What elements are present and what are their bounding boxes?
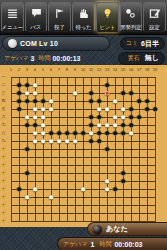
board-cell[interactable] — [55, 81, 63, 89]
board-cell[interactable]: ● — [23, 193, 31, 201]
board-cell[interactable] — [31, 161, 39, 169]
board-cell[interactable] — [119, 145, 127, 153]
board-cell[interactable]: ● — [111, 97, 119, 105]
board-cell[interactable] — [47, 153, 55, 161]
board-cell[interactable]: ● — [31, 105, 39, 113]
board-cell[interactable]: ● — [23, 169, 31, 177]
board-cell[interactable] — [79, 89, 87, 97]
board-cell[interactable] — [39, 185, 47, 193]
board-cell[interactable] — [143, 129, 151, 137]
board-cell[interactable]: ● — [55, 129, 63, 137]
board-cell[interactable] — [39, 177, 47, 185]
board-cell[interactable] — [103, 137, 111, 145]
board-cell[interactable]: ● — [39, 113, 47, 121]
board-cell[interactable] — [127, 209, 135, 217]
board-cell[interactable] — [47, 177, 55, 185]
board-cell[interactable] — [23, 105, 31, 113]
board-cell[interactable] — [111, 161, 119, 169]
board-cell[interactable] — [79, 105, 87, 113]
board-cell[interactable] — [7, 89, 15, 97]
board-cell[interactable]: ● — [95, 105, 103, 113]
board-cell[interactable] — [63, 113, 71, 121]
board-cell[interactable] — [31, 145, 39, 153]
board-cell[interactable] — [95, 89, 103, 97]
board-cell[interactable] — [39, 81, 47, 89]
board-cell[interactable]: ● — [15, 185, 23, 193]
board-cell[interactable] — [23, 201, 31, 209]
board-cell[interactable]: ● — [151, 105, 159, 113]
board-cell[interactable] — [39, 73, 47, 81]
board-cell[interactable] — [15, 209, 23, 217]
board-cell[interactable] — [119, 201, 127, 209]
board-cell[interactable] — [55, 201, 63, 209]
board-cell[interactable] — [15, 169, 23, 177]
board-cell[interactable] — [39, 209, 47, 217]
board-cell[interactable] — [15, 73, 23, 81]
board-cell[interactable]: ● — [119, 129, 127, 137]
board-cell[interactable]: ● — [31, 129, 39, 137]
board-cell[interactable] — [135, 73, 143, 81]
board-cell[interactable] — [95, 209, 103, 217]
board-cell[interactable] — [71, 185, 79, 193]
board-cell[interactable] — [23, 129, 31, 137]
board-cell[interactable] — [135, 137, 143, 145]
board-cell[interactable] — [55, 97, 63, 105]
board-cell[interactable] — [151, 121, 159, 129]
board-cell[interactable] — [7, 81, 15, 89]
board-cell[interactable] — [119, 97, 127, 105]
board-cell[interactable] — [71, 145, 79, 153]
board-cell[interactable] — [95, 81, 103, 89]
board-cell[interactable] — [55, 193, 63, 201]
board-cell[interactable] — [71, 121, 79, 129]
board-cell[interactable]: ● — [87, 89, 95, 97]
board-cell[interactable] — [71, 73, 79, 81]
board-cell[interactable] — [7, 177, 15, 185]
board-cell[interactable] — [87, 145, 95, 153]
board-cell[interactable] — [143, 185, 151, 193]
go-board[interactable]: ●●●●●●●●●●●●●●●●●●●●●●●●●●●●●●●●●●●●●●●●… — [7, 73, 159, 225]
board-cell[interactable] — [87, 169, 95, 177]
board-cell[interactable] — [151, 209, 159, 217]
board-cell[interactable] — [63, 121, 71, 129]
board-cell[interactable]: ● — [87, 137, 95, 145]
board-cell[interactable] — [127, 169, 135, 177]
board-cell[interactable] — [151, 177, 159, 185]
board-cell[interactable] — [135, 129, 143, 137]
board-cell[interactable] — [151, 137, 159, 145]
board-cell[interactable]: ● — [135, 97, 143, 105]
board-cell[interactable] — [127, 153, 135, 161]
board-cell[interactable] — [87, 209, 95, 217]
board-cell[interactable] — [71, 177, 79, 185]
board-cell[interactable]: ● — [111, 129, 119, 137]
board-cell[interactable] — [119, 161, 127, 169]
board-cell[interactable] — [7, 121, 15, 129]
board-cell[interactable] — [151, 73, 159, 81]
board-cell[interactable] — [95, 169, 103, 177]
board-cell[interactable] — [55, 73, 63, 81]
board-cell[interactable]: ● — [39, 137, 47, 145]
board-cell[interactable] — [95, 177, 103, 185]
board-cell[interactable]: ● — [103, 129, 111, 137]
board-cell[interactable] — [103, 169, 111, 177]
board-cell[interactable]: ● — [127, 121, 135, 129]
board-cell[interactable] — [79, 145, 87, 153]
board-cell[interactable] — [31, 201, 39, 209]
board-cell[interactable] — [87, 73, 95, 81]
board-cell[interactable] — [119, 193, 127, 201]
board-cell[interactable]: ● — [47, 129, 55, 137]
board-cell[interactable] — [47, 121, 55, 129]
board-cell[interactable]: ● — [103, 89, 111, 97]
board-cell[interactable] — [15, 129, 23, 137]
board-cell[interactable] — [127, 193, 135, 201]
board-cell[interactable]: ● — [47, 193, 55, 201]
board-cell[interactable] — [151, 89, 159, 97]
board-cell[interactable] — [23, 73, 31, 81]
board-cell[interactable] — [47, 169, 55, 177]
board-cell[interactable] — [31, 209, 39, 217]
board-cell[interactable] — [39, 153, 47, 161]
board-cell[interactable] — [55, 209, 63, 217]
board-cell[interactable] — [79, 121, 87, 129]
board-cell[interactable] — [15, 121, 23, 129]
board-cell[interactable]: ● — [23, 81, 31, 89]
board-cell[interactable] — [63, 161, 71, 169]
board-cell[interactable] — [103, 153, 111, 161]
board-cell[interactable] — [143, 153, 151, 161]
board-cell[interactable] — [143, 177, 151, 185]
board-cell[interactable] — [127, 81, 135, 89]
board-cell[interactable] — [71, 113, 79, 121]
board-cell[interactable] — [47, 89, 55, 97]
board-cell[interactable]: ● — [87, 113, 95, 121]
board-cell[interactable] — [95, 201, 103, 209]
board-cell[interactable] — [7, 97, 15, 105]
board-cell[interactable]: ● — [95, 121, 103, 129]
board-cell[interactable] — [7, 153, 15, 161]
board-cell[interactable]: ● — [103, 81, 111, 89]
board-cell[interactable] — [71, 161, 79, 169]
board-cell[interactable]: ● — [103, 121, 111, 129]
hint-button[interactable]: ヒント — [96, 2, 119, 32]
board-cell[interactable] — [151, 113, 159, 121]
board-cell[interactable]: ● — [31, 137, 39, 145]
board-cell[interactable] — [127, 137, 135, 145]
board-cell[interactable]: ● — [31, 89, 39, 97]
board-cell[interactable]: ● — [47, 97, 55, 105]
board-cell[interactable]: ● — [23, 113, 31, 121]
board-cell[interactable] — [31, 153, 39, 161]
board-cell[interactable]: ● — [95, 129, 103, 137]
board-cell[interactable] — [55, 145, 63, 153]
board-cell[interactable]: ● — [135, 113, 143, 121]
board-cell[interactable]: ● — [87, 97, 95, 105]
board-cell[interactable] — [63, 105, 71, 113]
board-cell[interactable] — [111, 105, 119, 113]
board-cell[interactable] — [79, 73, 87, 81]
board-cell[interactable] — [111, 89, 119, 97]
board-cell[interactable]: ● — [103, 177, 111, 185]
board-cell[interactable] — [95, 153, 103, 161]
board-cell[interactable] — [71, 105, 79, 113]
board-cell[interactable] — [39, 201, 47, 209]
board-cell[interactable] — [143, 81, 151, 89]
board-cell[interactable]: ● — [87, 121, 95, 129]
board-cell[interactable] — [135, 185, 143, 193]
board-cell[interactable] — [119, 73, 127, 81]
board-cell[interactable] — [143, 137, 151, 145]
board-cell[interactable] — [23, 137, 31, 145]
board-cell[interactable] — [47, 161, 55, 169]
board-cell[interactable]: ● — [143, 105, 151, 113]
board-cell[interactable] — [135, 153, 143, 161]
board-cell[interactable]: ● — [79, 185, 87, 193]
board-cell[interactable]: ● — [15, 89, 23, 97]
board-cell[interactable]: ● — [127, 105, 135, 113]
board-cell[interactable] — [87, 161, 95, 169]
board-cell[interactable] — [127, 73, 135, 81]
board-cell[interactable] — [151, 169, 159, 177]
board-cell[interactable] — [143, 89, 151, 97]
board-cell[interactable] — [103, 201, 111, 209]
board-cell[interactable]: ● — [15, 81, 23, 89]
board-cell[interactable] — [79, 209, 87, 217]
board-cell[interactable] — [127, 185, 135, 193]
board-cell[interactable]: ● — [111, 121, 119, 129]
board-cell[interactable] — [135, 193, 143, 201]
board-cell[interactable]: ● — [119, 105, 127, 113]
board-cell[interactable]: ● — [47, 137, 55, 145]
board-cell[interactable] — [63, 73, 71, 81]
board-cell[interactable]: ● — [95, 97, 103, 105]
board-cell[interactable] — [143, 73, 151, 81]
board-cell[interactable] — [95, 73, 103, 81]
board-cell[interactable] — [63, 153, 71, 161]
board-cell[interactable] — [143, 121, 151, 129]
board-cell[interactable] — [79, 81, 87, 89]
board-cell[interactable]: ● — [119, 121, 127, 129]
board-cell[interactable] — [15, 137, 23, 145]
board-cell[interactable] — [151, 201, 159, 209]
board-cell[interactable] — [135, 121, 143, 129]
board-cell[interactable] — [55, 169, 63, 177]
board-cell[interactable]: ● — [39, 105, 47, 113]
board-cell[interactable] — [47, 145, 55, 153]
board-cell[interactable] — [7, 193, 15, 201]
board-cell[interactable] — [95, 185, 103, 193]
resign-button[interactable]: 投了 — [48, 2, 71, 32]
board-cell[interactable] — [7, 113, 15, 121]
board-cell[interactable]: ● — [127, 113, 135, 121]
board-cell[interactable] — [111, 169, 119, 177]
board-cell[interactable] — [127, 201, 135, 209]
board-cell[interactable] — [47, 201, 55, 209]
board-cell[interactable] — [71, 201, 79, 209]
board-cell[interactable] — [71, 209, 79, 217]
board-cell[interactable] — [55, 153, 63, 161]
board-cell[interactable] — [7, 185, 15, 193]
board-cell[interactable]: ● — [39, 97, 47, 105]
board-cell[interactable] — [31, 73, 39, 81]
board-cell[interactable] — [143, 113, 151, 121]
board-cell[interactable] — [15, 193, 23, 201]
board-cell[interactable]: ● — [39, 129, 47, 137]
board-cell[interactable]: ● — [103, 145, 111, 153]
board-cell[interactable]: ● — [23, 97, 31, 105]
board-cell[interactable] — [71, 153, 79, 161]
board-cell[interactable] — [119, 209, 127, 217]
board-cell[interactable] — [55, 177, 63, 185]
board-cell[interactable] — [151, 193, 159, 201]
board-cell[interactable]: ● — [95, 137, 103, 145]
board-cell[interactable] — [63, 169, 71, 177]
board-cell[interactable] — [135, 161, 143, 169]
board-cell[interactable]: ● — [71, 89, 79, 97]
board-cell[interactable] — [119, 153, 127, 161]
board-cell[interactable]: ● — [119, 113, 127, 121]
board-cell[interactable] — [63, 209, 71, 217]
board-cell[interactable] — [79, 97, 87, 105]
board-cell[interactable] — [111, 209, 119, 217]
board-cell[interactable] — [87, 177, 95, 185]
board-cell[interactable] — [23, 209, 31, 217]
board-cell[interactable] — [127, 161, 135, 169]
board-cell[interactable] — [135, 105, 143, 113]
board-cell[interactable] — [55, 185, 63, 193]
board-cell[interactable]: ● — [127, 129, 135, 137]
board-cell[interactable] — [95, 161, 103, 169]
board-cell[interactable] — [127, 177, 135, 185]
board-cell[interactable] — [143, 193, 151, 201]
board-cell[interactable] — [39, 169, 47, 177]
board-cell[interactable] — [79, 161, 87, 169]
menu-button[interactable]: メニュー — [1, 2, 24, 32]
board-cell[interactable]: ● — [63, 137, 71, 145]
board-cell[interactable] — [111, 137, 119, 145]
board-cell[interactable] — [55, 161, 63, 169]
board-cell[interactable]: ● — [55, 137, 63, 145]
board-cell[interactable]: ● — [15, 97, 23, 105]
board-cell[interactable]: ● — [31, 97, 39, 105]
board-cell[interactable] — [7, 105, 15, 113]
board-cell[interactable] — [63, 145, 71, 153]
board-cell[interactable] — [119, 81, 127, 89]
board-cell[interactable] — [103, 97, 111, 105]
board-cell[interactable] — [143, 169, 151, 177]
board-cell[interactable] — [31, 169, 39, 177]
board-cell[interactable] — [103, 73, 111, 81]
board-cell[interactable] — [111, 81, 119, 89]
board-cell[interactable] — [103, 209, 111, 217]
board-cell[interactable] — [71, 193, 79, 201]
board-cell[interactable]: ● — [119, 177, 127, 185]
judge-button[interactable]: 形勢判定 — [120, 2, 143, 32]
board-cell[interactable] — [15, 177, 23, 185]
board-cell[interactable] — [79, 201, 87, 209]
board-cell[interactable] — [87, 193, 95, 201]
board-cell[interactable] — [79, 177, 87, 185]
board-cell[interactable]: ● — [111, 185, 119, 193]
board-cell[interactable]: ● — [31, 81, 39, 89]
board-cell[interactable] — [15, 113, 23, 121]
board-cell[interactable] — [7, 209, 15, 217]
board-cell[interactable] — [135, 81, 143, 89]
board-cell[interactable] — [63, 81, 71, 89]
board-cell[interactable] — [87, 81, 95, 89]
board-cell[interactable] — [127, 145, 135, 153]
board-cell[interactable]: ● — [103, 105, 111, 113]
board-cell[interactable] — [119, 137, 127, 145]
board-cell[interactable]: ● — [127, 89, 135, 97]
board-cell[interactable]: ● — [71, 129, 79, 137]
board-cell[interactable] — [39, 161, 47, 169]
board-cell[interactable]: ● — [39, 121, 47, 129]
board-cell[interactable] — [87, 201, 95, 209]
board-cell[interactable] — [111, 73, 119, 81]
board-cell[interactable] — [55, 105, 63, 113]
board-cell[interactable]: ● — [143, 97, 151, 105]
board-cell[interactable] — [79, 169, 87, 177]
board-cell[interactable] — [143, 209, 151, 217]
board-cell[interactable] — [39, 145, 47, 153]
board-cell[interactable] — [23, 177, 31, 185]
board-cell[interactable] — [23, 161, 31, 169]
board-cell[interactable] — [135, 209, 143, 217]
board-cell[interactable] — [63, 97, 71, 105]
board-cell[interactable] — [15, 161, 23, 169]
board-cell[interactable] — [63, 201, 71, 209]
board-cell[interactable] — [103, 113, 111, 121]
board-cell[interactable]: ● — [103, 185, 111, 193]
board-cell[interactable] — [63, 193, 71, 201]
board-cell[interactable] — [111, 201, 119, 209]
board-cell[interactable] — [47, 185, 55, 193]
board-cell[interactable] — [103, 161, 111, 169]
board-cell[interactable] — [151, 185, 159, 193]
board-cell[interactable] — [7, 73, 15, 81]
board-cell[interactable] — [79, 153, 87, 161]
board-cell[interactable] — [15, 153, 23, 161]
board-cell[interactable]: ● — [31, 185, 39, 193]
board-cell[interactable] — [111, 177, 119, 185]
board-cell[interactable] — [151, 145, 159, 153]
board-cell[interactable] — [143, 145, 151, 153]
board-cell[interactable] — [135, 201, 143, 209]
undo-button[interactable]: 待った — [72, 2, 95, 32]
pass-button[interactable]: パス — [25, 2, 48, 32]
board-cell[interactable]: ● — [95, 113, 103, 121]
board-cell[interactable] — [47, 113, 55, 121]
board-cell[interactable] — [7, 169, 15, 177]
board-cell[interactable] — [39, 193, 47, 201]
board-cell[interactable]: ● — [31, 113, 39, 121]
board-cell[interactable] — [31, 177, 39, 185]
settings-button[interactable]: 設定 — [143, 2, 166, 32]
board-cell[interactable] — [151, 97, 159, 105]
board-cell[interactable] — [47, 81, 55, 89]
board-cell[interactable] — [47, 209, 55, 217]
board-cell[interactable]: ● — [23, 121, 31, 129]
board-cell[interactable] — [31, 193, 39, 201]
board-cell[interactable] — [135, 177, 143, 185]
board-cell[interactable]: ● — [119, 169, 127, 177]
board-cell[interactable]: ● — [31, 121, 39, 129]
board-cell[interactable]: ● — [87, 129, 95, 137]
board-cell[interactable] — [15, 201, 23, 209]
board-cell[interactable]: ● — [71, 137, 79, 145]
